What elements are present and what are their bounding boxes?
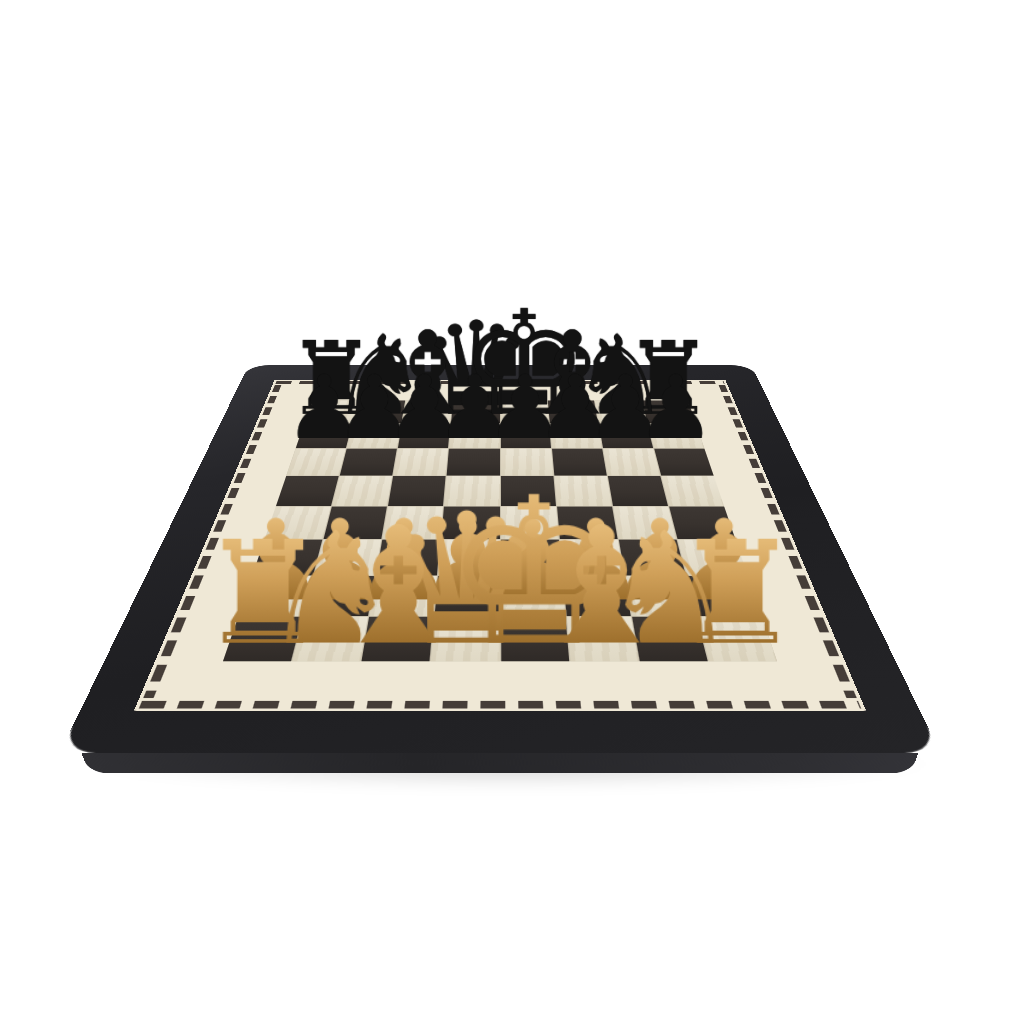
square-c1[interactable]: ♝ xyxy=(362,617,434,662)
square-f1[interactable]: ♝ xyxy=(566,617,638,662)
square-h6[interactable] xyxy=(654,449,714,476)
piece-white-bishop[interactable]: ♝ xyxy=(529,506,674,644)
chess-board: ♜♞♝♛♚♝♞♜♟♟♟♟♟♟♟♟♟♟♟♟♟♟♟♟♜♞♝♛♚♝♞♜ xyxy=(60,365,941,753)
piece-white-bishop[interactable]: ♝ xyxy=(326,506,471,644)
piece-black-pawn[interactable]: ♟ xyxy=(637,364,716,439)
chessboard-scene: ♜♞♝♛♚♝♞♜♟♟♟♟♟♟♟♟♟♟♟♟♟♟♟♟♜♞♝♛♚♝♞♜ xyxy=(180,186,820,826)
frame-dashes-bottom xyxy=(139,701,861,709)
board-inlay-frame: ♜♞♝♛♚♝♞♜♟♟♟♟♟♟♟♟♟♟♟♟♟♟♟♟♜♞♝♛♚♝♞♜ xyxy=(134,380,867,712)
board-grid: ♜♞♝♛♚♝♞♜♟♟♟♟♟♟♟♟♟♟♟♟♟♟♟♟♜♞♝♛♚♝♞♜ xyxy=(223,401,777,662)
board-front-edge xyxy=(82,753,919,773)
square-h7[interactable]: ♟ xyxy=(648,424,705,449)
square-a6[interactable] xyxy=(286,449,346,476)
square-b6[interactable] xyxy=(340,449,397,476)
square-c6[interactable] xyxy=(393,449,448,476)
